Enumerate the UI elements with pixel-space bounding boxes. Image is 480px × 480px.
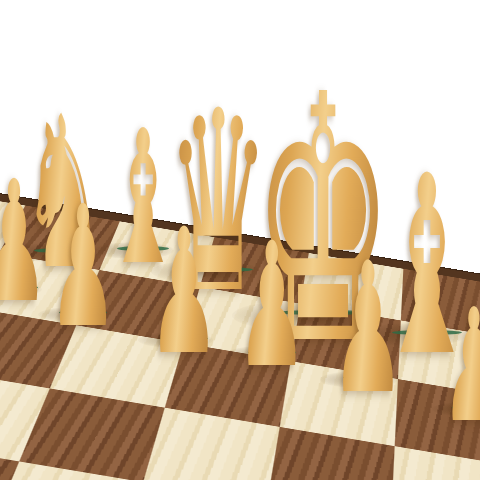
king-e8-felt-base xyxy=(275,310,371,315)
knight-b8-cast-shadow xyxy=(8,243,100,262)
pawn-c7-cast-shadow xyxy=(38,307,111,322)
pawn-icon: ♟ xyxy=(237,221,308,393)
pawn-e7-felt-base xyxy=(248,350,296,355)
piece-white-bishop-f8: ♝ xyxy=(316,143,480,390)
bishop-c8-cast-shadow xyxy=(94,242,175,259)
pawn-d7-felt-base xyxy=(160,336,209,341)
queen-d8-cast-shadow xyxy=(151,260,260,283)
piece-white-pawn-e7: ♟ xyxy=(195,221,349,393)
bishop-c8-felt-base xyxy=(117,246,169,251)
king-e8-cast-shadow xyxy=(232,300,381,331)
pawn-c7-felt-base xyxy=(59,310,106,315)
pawn-icon: ♟ xyxy=(148,206,219,379)
pawn-icon: ♟ xyxy=(0,159,49,327)
knight-b8-felt-base xyxy=(34,248,93,253)
piece-white-queen-d8: ♛ xyxy=(106,78,330,328)
pawn-f7-cast-shadow xyxy=(320,371,399,388)
pawn-g7-cast-shadow xyxy=(432,402,480,416)
bishop-f8-cast-shadow xyxy=(361,323,469,346)
king-icon: ♚ xyxy=(253,51,394,392)
piece-white-pawn-b7: ♟ xyxy=(0,159,89,327)
piece-white-knight-b8: ♞ xyxy=(0,89,158,299)
piece-white-pawn-f7: ♟ xyxy=(287,239,449,419)
pawn-f7-felt-base xyxy=(343,375,394,380)
pawn-b7-cast-shadow xyxy=(0,282,42,297)
pawn-g7-felt-base xyxy=(452,405,480,410)
pawn-icon: ♟ xyxy=(331,239,405,419)
bishop-f8-felt-base xyxy=(392,330,462,335)
bishop-icon: ♝ xyxy=(105,107,181,292)
bishop-icon: ♝ xyxy=(376,143,478,390)
piece-white-pawn-c7: ♟ xyxy=(8,184,158,352)
piece-white-pawn-d7: ♟ xyxy=(106,206,261,379)
piece-white-bishop-c8: ♝ xyxy=(60,107,226,292)
queen-d8-felt-base xyxy=(183,267,253,272)
piece-white-pawn-g7: ♟ xyxy=(404,288,480,444)
pawn-icon: ♟ xyxy=(442,288,480,444)
pieces-layer: ♟♞♟♝♟♛♟♚♟♝♟ xyxy=(0,0,480,480)
chess-set-photo: ♟♞♟♝♟♛♟♚♟♝♟ xyxy=(0,0,480,480)
queen-icon: ♛ xyxy=(166,78,269,328)
pawn-icon: ♟ xyxy=(48,184,117,352)
piece-white-king-e8: ♚ xyxy=(170,51,476,392)
knight-icon: ♞ xyxy=(21,89,108,299)
pawn-b7-felt-base xyxy=(0,285,38,290)
pawn-e7-cast-shadow xyxy=(226,346,301,362)
pawn-d7-cast-shadow xyxy=(138,332,214,348)
